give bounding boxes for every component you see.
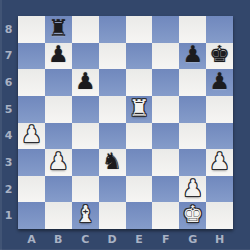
square-b3[interactable]: ♟ bbox=[45, 149, 72, 176]
square-d6[interactable] bbox=[99, 69, 126, 96]
square-d2[interactable] bbox=[99, 176, 126, 203]
square-a7[interactable] bbox=[18, 43, 45, 70]
square-f8[interactable] bbox=[152, 16, 179, 43]
square-f5[interactable] bbox=[152, 96, 179, 123]
square-e4[interactable] bbox=[126, 123, 153, 150]
square-g2[interactable]: ♟ bbox=[179, 176, 206, 203]
square-b8[interactable]: ♜ bbox=[45, 16, 72, 43]
square-e1[interactable] bbox=[126, 202, 153, 229]
square-h7[interactable]: ♚ bbox=[206, 43, 233, 70]
square-d5[interactable] bbox=[99, 96, 126, 123]
square-f1[interactable] bbox=[152, 202, 179, 229]
square-a4[interactable]: ♟ bbox=[18, 123, 45, 150]
black-rook-piece: ♜ bbox=[48, 17, 69, 40]
square-e7[interactable] bbox=[126, 43, 153, 70]
square-e8[interactable] bbox=[126, 16, 153, 43]
file-label-d: D bbox=[99, 231, 126, 248]
square-h6[interactable]: ♟ bbox=[206, 69, 233, 96]
square-b5[interactable] bbox=[45, 96, 72, 123]
square-c3[interactable] bbox=[72, 149, 99, 176]
rank-label-7: 7 bbox=[0, 43, 17, 70]
square-d4[interactable] bbox=[99, 123, 126, 150]
square-g3[interactable] bbox=[179, 149, 206, 176]
rank-label-2: 2 bbox=[0, 176, 17, 203]
square-c4[interactable] bbox=[72, 123, 99, 150]
square-d7[interactable] bbox=[99, 43, 126, 70]
square-b4[interactable] bbox=[45, 123, 72, 150]
square-h3[interactable]: ♟ bbox=[206, 149, 233, 176]
square-c7[interactable] bbox=[72, 43, 99, 70]
square-f4[interactable] bbox=[152, 123, 179, 150]
square-c8[interactable] bbox=[72, 16, 99, 43]
square-e6[interactable] bbox=[126, 69, 153, 96]
rank-label-1: 1 bbox=[0, 202, 17, 229]
square-a1[interactable] bbox=[18, 202, 45, 229]
square-c2[interactable] bbox=[72, 176, 99, 203]
file-label-f: F bbox=[152, 231, 179, 248]
square-e2[interactable] bbox=[126, 176, 153, 203]
square-a5[interactable] bbox=[18, 96, 45, 123]
white-king-piece: ♚ bbox=[182, 203, 203, 226]
rank-label-3: 3 bbox=[0, 149, 17, 176]
square-d3[interactable]: ♞ bbox=[99, 149, 126, 176]
chess-board: ♜♟♟♚♟♟♜♟♟♞♟♟♝♚ bbox=[18, 16, 233, 229]
rank-label-5: 5 bbox=[0, 96, 17, 123]
square-e5[interactable]: ♜ bbox=[126, 96, 153, 123]
file-label-c: C bbox=[72, 231, 99, 248]
square-f6[interactable] bbox=[152, 69, 179, 96]
black-knight-piece: ♞ bbox=[102, 150, 123, 173]
square-d8[interactable] bbox=[99, 16, 126, 43]
square-h5[interactable] bbox=[206, 96, 233, 123]
square-a8[interactable] bbox=[18, 16, 45, 43]
black-pawn-piece: ♟ bbox=[48, 43, 69, 66]
square-c6[interactable]: ♟ bbox=[72, 69, 99, 96]
white-pawn-piece: ♟ bbox=[182, 177, 203, 200]
white-rook-piece: ♜ bbox=[129, 97, 150, 120]
square-g6[interactable] bbox=[179, 69, 206, 96]
square-b7[interactable]: ♟ bbox=[45, 43, 72, 70]
square-f2[interactable] bbox=[152, 176, 179, 203]
square-e3[interactable] bbox=[126, 149, 153, 176]
file-label-h: H bbox=[206, 231, 233, 248]
black-pawn-piece: ♟ bbox=[182, 43, 203, 66]
rank-label-8: 8 bbox=[0, 16, 17, 43]
square-b2[interactable] bbox=[45, 176, 72, 203]
square-b1[interactable] bbox=[45, 202, 72, 229]
square-g7[interactable]: ♟ bbox=[179, 43, 206, 70]
square-a6[interactable] bbox=[18, 69, 45, 96]
rank-label-4: 4 bbox=[0, 123, 17, 150]
square-g8[interactable] bbox=[179, 16, 206, 43]
square-h4[interactable] bbox=[206, 123, 233, 150]
black-king-piece: ♚ bbox=[209, 43, 230, 66]
square-h8[interactable] bbox=[206, 16, 233, 43]
square-a2[interactable] bbox=[18, 176, 45, 203]
white-pawn-piece: ♟ bbox=[21, 123, 42, 146]
rank-label-6: 6 bbox=[0, 69, 17, 96]
black-pawn-piece: ♟ bbox=[75, 70, 96, 93]
white-pawn-piece: ♟ bbox=[209, 150, 230, 173]
white-bishop-piece: ♝ bbox=[75, 203, 96, 226]
chess-diagram: ♜♟♟♚♟♟♜♟♟♞♟♟♝♚ 87654321 ABCDEFGH bbox=[0, 0, 250, 250]
file-label-e: E bbox=[126, 231, 153, 248]
white-pawn-piece: ♟ bbox=[48, 150, 69, 173]
square-g1[interactable]: ♚ bbox=[179, 202, 206, 229]
square-a3[interactable] bbox=[18, 149, 45, 176]
file-label-b: B bbox=[45, 231, 72, 248]
square-c1[interactable]: ♝ bbox=[72, 202, 99, 229]
square-b6[interactable] bbox=[45, 69, 72, 96]
file-label-g: G bbox=[179, 231, 206, 248]
black-pawn-piece: ♟ bbox=[209, 70, 230, 93]
square-c5[interactable] bbox=[72, 96, 99, 123]
square-g4[interactable] bbox=[179, 123, 206, 150]
file-label-a: A bbox=[18, 231, 45, 248]
square-g5[interactable] bbox=[179, 96, 206, 123]
square-h2[interactable] bbox=[206, 176, 233, 203]
square-h1[interactable] bbox=[206, 202, 233, 229]
square-f7[interactable] bbox=[152, 43, 179, 70]
square-f3[interactable] bbox=[152, 149, 179, 176]
square-d1[interactable] bbox=[99, 202, 126, 229]
